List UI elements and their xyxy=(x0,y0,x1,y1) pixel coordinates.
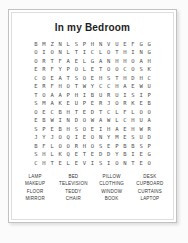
puzzle-sheet: In my Bedroom BMZNLSPHNVUEFGGOIONLTICLOT… xyxy=(8,9,177,223)
sheet-inner-border xyxy=(11,12,174,220)
